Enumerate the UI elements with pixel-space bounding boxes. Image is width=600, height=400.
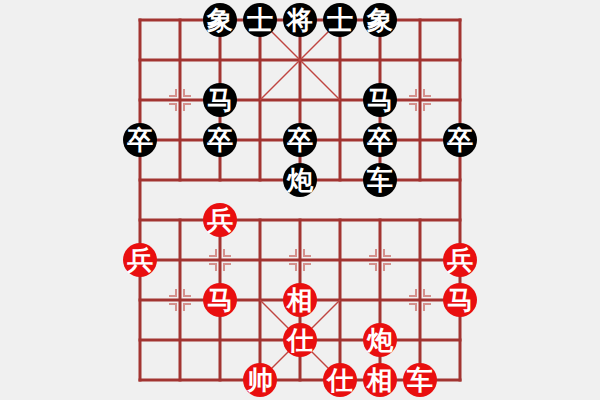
red-soldier-piece[interactable]: 兵 bbox=[203, 203, 237, 237]
black-horse-piece[interactable]: 马 bbox=[203, 83, 237, 117]
red-advisor-piece[interactable]: 仕 bbox=[323, 363, 357, 397]
xiangqi-app: 象士将士象马马卒卒卒卒卒炮车兵兵兵马相马仕炮帅仕相车 bbox=[0, 0, 600, 400]
red-elephant-piece[interactable]: 相 bbox=[283, 283, 317, 317]
red-advisor-piece[interactable]: 仕 bbox=[283, 323, 317, 357]
black-advisor-piece[interactable]: 士 bbox=[243, 3, 277, 37]
black-soldier-piece[interactable]: 卒 bbox=[363, 123, 397, 157]
black-elephant-piece[interactable]: 象 bbox=[203, 3, 237, 37]
pieces-layer: 象士将士象马马卒卒卒卒卒炮车兵兵兵马相马仕炮帅仕相车 bbox=[0, 0, 600, 400]
black-soldier-piece[interactable]: 卒 bbox=[283, 123, 317, 157]
black-soldier-piece[interactable]: 卒 bbox=[123, 123, 157, 157]
red-soldier-piece[interactable]: 兵 bbox=[123, 243, 157, 277]
red-elephant-piece[interactable]: 相 bbox=[363, 363, 397, 397]
red-general-piece[interactable]: 帅 bbox=[243, 363, 277, 397]
red-soldier-piece[interactable]: 兵 bbox=[443, 243, 477, 277]
black-elephant-piece[interactable]: 象 bbox=[363, 3, 397, 37]
black-chariot-piece[interactable]: 车 bbox=[363, 163, 397, 197]
black-horse-piece[interactable]: 马 bbox=[363, 83, 397, 117]
black-advisor-piece[interactable]: 士 bbox=[323, 3, 357, 37]
black-soldier-piece[interactable]: 卒 bbox=[443, 123, 477, 157]
xiangqi-board[interactable]: 象士将士象马马卒卒卒卒卒炮车兵兵兵马相马仕炮帅仕相车 bbox=[0, 0, 600, 400]
red-cannon-piece[interactable]: 炮 bbox=[363, 323, 397, 357]
black-soldier-piece[interactable]: 卒 bbox=[203, 123, 237, 157]
red-chariot-piece[interactable]: 车 bbox=[403, 363, 437, 397]
black-general-piece[interactable]: 将 bbox=[283, 3, 317, 37]
red-horse-piece[interactable]: 马 bbox=[443, 283, 477, 317]
black-cannon-piece[interactable]: 炮 bbox=[283, 163, 317, 197]
red-horse-piece[interactable]: 马 bbox=[203, 283, 237, 317]
